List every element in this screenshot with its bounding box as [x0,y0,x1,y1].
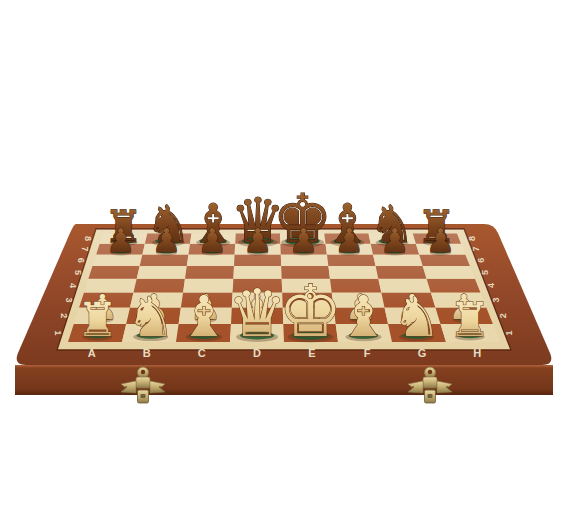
piece-black-pawn-f7[interactable]: ♟ [334,222,363,260]
piece-glyph: ♟ [197,222,226,260]
rank-label-right-4: 4 [486,283,496,288]
rank-label-right-6: 6 [476,258,486,263]
piece-glyph: ♞ [392,285,441,349]
piece-glyph: ♟ [334,222,363,260]
chess-board: ABCDEFGH1122334455667788♜♞♝♛♚♝♞♜♟♟♟♟♟♟♟♟… [0,0,568,532]
piece-white-bishop-f1[interactable]: ♝ [338,283,389,349]
rank-label-right-2: 2 [498,313,508,318]
file-label-h: H [473,347,481,359]
rank-label-left-1: 1 [53,330,63,335]
rank-label-left-5: 5 [73,270,83,275]
piece-black-pawn-c7[interactable]: ♟ [197,222,226,260]
rank-label-left-6: 6 [76,258,86,263]
piece-white-king-e1[interactable]: ♚ [278,270,342,353]
piece-white-knight-b1[interactable]: ♞ [126,285,175,349]
front-edge-highlight [15,365,553,367]
piece-glyph: ♞ [126,285,175,349]
piece-glyph: ♟ [289,222,318,260]
rank-label-right-5: 5 [480,270,490,275]
rank-label-right-8: 8 [467,236,477,241]
piece-black-pawn-e7[interactable]: ♟ [289,222,318,260]
piece-glyph: ♝ [178,283,229,349]
piece-white-rook-a1[interactable]: ♜ [77,293,119,347]
piece-glyph: ♟ [243,222,272,260]
chess-set-photo: ABCDEFGH1122334455667788♜♞♝♛♚♝♞♜♟♟♟♟♟♟♟♟… [0,0,568,532]
rank-label-right-3: 3 [491,297,501,302]
rank-label-left-8: 8 [83,236,93,241]
piece-glyph: ♟ [426,222,455,260]
piece-white-rook-h1[interactable]: ♜ [449,293,491,347]
piece-black-pawn-b7[interactable]: ♟ [152,222,181,260]
piece-glyph: ♟ [380,222,409,260]
piece-glyph: ♟ [152,222,181,260]
piece-white-bishop-c1[interactable]: ♝ [178,283,229,349]
rank-label-left-4: 4 [68,283,78,288]
piece-glyph: ♟ [106,222,135,260]
rank-label-left-7: 7 [80,247,90,252]
piece-glyph: ♚ [278,270,342,353]
piece-glyph: ♜ [77,293,119,347]
piece-glyph: ♜ [449,293,491,347]
piece-black-pawn-a7[interactable]: ♟ [106,222,135,260]
board-front-face [15,365,553,395]
rank-label-right-1: 1 [504,330,514,335]
file-label-a: A [88,347,96,359]
piece-black-pawn-h7[interactable]: ♟ [426,222,455,260]
piece-black-pawn-g7[interactable]: ♟ [380,222,409,260]
piece-glyph: ♝ [338,283,389,349]
piece-white-knight-g1[interactable]: ♞ [392,285,441,349]
rank-label-right-7: 7 [471,247,481,252]
rank-label-left-3: 3 [64,297,74,302]
rank-label-left-2: 2 [59,313,69,318]
piece-black-pawn-d7[interactable]: ♟ [243,222,272,260]
